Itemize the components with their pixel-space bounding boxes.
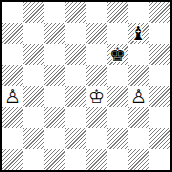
square-c3[interactable] — [44, 107, 65, 128]
square-h3[interactable] — [149, 107, 170, 128]
square-d7[interactable] — [65, 23, 86, 44]
square-g6[interactable] — [128, 44, 149, 65]
square-f4[interactable] — [107, 86, 128, 107]
square-d8[interactable] — [65, 2, 86, 23]
square-c2[interactable] — [44, 128, 65, 149]
square-d4[interactable] — [65, 86, 86, 107]
square-d6[interactable] — [65, 44, 86, 65]
square-h7[interactable] — [149, 23, 170, 44]
square-g8[interactable] — [128, 2, 149, 23]
square-d1[interactable] — [65, 149, 86, 170]
square-h2[interactable] — [149, 128, 170, 149]
square-a4[interactable]: ♙ — [2, 86, 23, 107]
square-c7[interactable] — [44, 23, 65, 44]
square-a5[interactable] — [2, 65, 23, 86]
square-a7[interactable] — [2, 23, 23, 44]
square-e6[interactable] — [86, 44, 107, 65]
square-f8[interactable] — [107, 2, 128, 23]
square-h5[interactable] — [149, 65, 170, 86]
square-f6[interactable]: ♚ — [107, 44, 128, 65]
chess-board: ♝♚♙♔♙ — [0, 0, 172, 172]
square-a8[interactable] — [2, 2, 23, 23]
square-h6[interactable] — [149, 44, 170, 65]
piece-white-pawn-a4[interactable]: ♙ — [4, 86, 21, 107]
square-a3[interactable] — [2, 107, 23, 128]
square-b4[interactable] — [23, 86, 44, 107]
square-e4[interactable]: ♔ — [86, 86, 107, 107]
chess-diagram: ♝♚♙♔♙ — [0, 0, 172, 172]
square-b7[interactable] — [23, 23, 44, 44]
square-e5[interactable] — [86, 65, 107, 86]
square-c1[interactable] — [44, 149, 65, 170]
square-c4[interactable] — [44, 86, 65, 107]
square-e2[interactable] — [86, 128, 107, 149]
square-b8[interactable] — [23, 2, 44, 23]
square-e1[interactable] — [86, 149, 107, 170]
square-f1[interactable] — [107, 149, 128, 170]
square-h4[interactable] — [149, 86, 170, 107]
square-a6[interactable] — [2, 44, 23, 65]
square-f2[interactable] — [107, 128, 128, 149]
piece-white-king-e4[interactable]: ♔ — [88, 86, 105, 107]
square-h8[interactable] — [149, 2, 170, 23]
square-c6[interactable] — [44, 44, 65, 65]
square-b5[interactable] — [23, 65, 44, 86]
square-g5[interactable] — [128, 65, 149, 86]
square-b6[interactable] — [23, 44, 44, 65]
square-g4[interactable]: ♙ — [128, 86, 149, 107]
square-d5[interactable] — [65, 65, 86, 86]
square-g7[interactable]: ♝ — [128, 23, 149, 44]
square-d2[interactable] — [65, 128, 86, 149]
piece-black-bishop-g7[interactable]: ♝ — [130, 23, 147, 44]
square-b3[interactable] — [23, 107, 44, 128]
square-h1[interactable] — [149, 149, 170, 170]
square-e7[interactable] — [86, 23, 107, 44]
piece-white-pawn-g4[interactable]: ♙ — [130, 86, 147, 107]
square-f3[interactable] — [107, 107, 128, 128]
square-e8[interactable] — [86, 2, 107, 23]
square-d3[interactable] — [65, 107, 86, 128]
square-g3[interactable] — [128, 107, 149, 128]
square-g1[interactable] — [128, 149, 149, 170]
square-e3[interactable] — [86, 107, 107, 128]
square-a2[interactable] — [2, 128, 23, 149]
square-f5[interactable] — [107, 65, 128, 86]
square-b2[interactable] — [23, 128, 44, 149]
piece-black-king-f6[interactable]: ♚ — [109, 44, 126, 65]
square-g2[interactable] — [128, 128, 149, 149]
square-c5[interactable] — [44, 65, 65, 86]
square-c8[interactable] — [44, 2, 65, 23]
square-b1[interactable] — [23, 149, 44, 170]
square-f7[interactable] — [107, 23, 128, 44]
square-a1[interactable] — [2, 149, 23, 170]
